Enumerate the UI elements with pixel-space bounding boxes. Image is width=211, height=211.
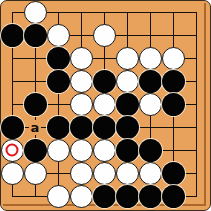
point-C9[interactable] [47,1,70,24]
white-stone: ○ [70,162,93,185]
white-stone: ○ [24,162,47,185]
black-stone: ● [47,47,70,70]
point-E1[interactable]: ● [93,185,116,208]
point-E4[interactable]: ● [93,116,116,139]
stone-glyph: ○ [48,140,69,161]
black-stone: ● [116,185,139,208]
stone-glyph: ○ [117,163,138,184]
point-G4[interactable] [139,116,162,139]
stone-glyph: ○ [117,71,138,92]
point-H1[interactable]: ● [162,185,185,208]
point-D6[interactable]: ○ [70,70,93,93]
stone-glyph: ● [93,185,116,208]
point-J4[interactable] [185,116,208,139]
point-D7[interactable]: ○ [70,47,93,70]
point-F3[interactable]: ● [116,139,139,162]
point-B9[interactable]: ○ [24,1,47,24]
black-stone: ● [24,24,47,47]
point-G9[interactable] [139,1,162,24]
white-stone: ○ [93,162,116,185]
stone-glyph: ● [162,93,185,116]
stone-glyph: ● [139,185,162,208]
point-F1[interactable]: ● [116,185,139,208]
point-A1[interactable] [1,185,24,208]
stone-glyph: ○ [25,2,46,23]
stone-glyph: ○ [94,25,115,46]
stone-glyph: ○ [71,163,92,184]
stone-glyph: ○ [2,163,23,184]
white-stone: ○ [70,93,93,116]
point-D5[interactable]: ○ [70,93,93,116]
circle-marker-icon [6,144,19,157]
stone-glyph: ● [24,24,47,47]
stone-glyph: ○ [140,163,161,184]
point-D1[interactable]: ○ [70,185,93,208]
point-J7[interactable] [185,47,208,70]
stone-glyph: ○ [94,94,115,115]
point-B8[interactable]: ● [24,24,47,47]
point-H3[interactable] [162,139,185,162]
black-stone: ● [116,139,139,162]
point-A8[interactable]: ● [1,24,24,47]
white-stone: ○ [139,93,162,116]
board-points: ○●●○○●○○○○●○●○●●●○○●○●●a●●●●○●○○○●●○○○○○… [0,0,211,211]
point-G2[interactable]: ○ [139,162,162,185]
point-F7[interactable]: ○ [116,47,139,70]
point-H4[interactable] [162,116,185,139]
point-E8[interactable]: ○ [93,24,116,47]
point-D9[interactable] [70,1,93,24]
stone-glyph: ○ [71,48,92,69]
stone-glyph: ● [1,116,24,139]
white-stone: ○ [70,70,93,93]
point-A6[interactable] [1,70,24,93]
black-stone: ● [93,70,116,93]
stone-glyph: ● [116,116,139,139]
point-J6[interactable] [185,70,208,93]
white-stone: ○ [1,139,24,162]
point-F4[interactable]: ● [116,116,139,139]
stone-glyph: ● [116,185,139,208]
point-label-a[interactable]: a [29,120,42,135]
white-stone: ○ [139,162,162,185]
point-D4[interactable]: ● [70,116,93,139]
point-J9[interactable] [185,1,208,24]
white-stone: ○ [93,139,116,162]
black-stone: ● [1,116,24,139]
point-B7[interactable] [24,47,47,70]
white-stone: ○ [24,1,47,24]
point-E7[interactable] [93,47,116,70]
stone-glyph: ○ [140,94,161,115]
stone-glyph: ● [1,24,24,47]
point-H7[interactable]: ○ [162,47,185,70]
stone-glyph: ○ [117,48,138,69]
stone-glyph: ○ [140,48,161,69]
black-stone: ● [162,70,185,93]
point-E3[interactable]: ○ [93,139,116,162]
point-G8[interactable] [139,24,162,47]
white-stone: ○ [70,185,93,208]
stone-glyph: ● [162,162,185,185]
stone-glyph: ● [162,185,185,208]
point-C5[interactable] [47,93,70,116]
black-stone: ● [47,70,70,93]
point-J8[interactable] [185,24,208,47]
point-J5[interactable] [185,93,208,116]
point-F5[interactable]: ● [116,93,139,116]
stone-glyph: ○ [163,48,184,69]
point-D3[interactable]: ○ [70,139,93,162]
black-stone: ● [162,185,185,208]
black-stone: ● [162,162,185,185]
point-F9[interactable] [116,1,139,24]
stone-glyph: ● [47,70,70,93]
point-A7[interactable] [1,47,24,70]
stone-glyph: ● [70,116,93,139]
point-G1[interactable]: ● [139,185,162,208]
black-stone: ● [1,24,24,47]
point-E2[interactable]: ○ [93,162,116,185]
white-stone: ○ [93,93,116,116]
point-F2[interactable]: ○ [116,162,139,185]
white-stone: ○ [1,162,24,185]
black-stone: ● [139,70,162,93]
black-stone: ● [139,185,162,208]
stone-glyph: ● [139,139,162,162]
point-H5[interactable]: ● [162,93,185,116]
point-C8[interactable]: ○ [47,24,70,47]
point-J1[interactable] [185,185,208,208]
point-C1[interactable]: ○ [47,185,70,208]
white-stone: ○ [93,24,116,47]
white-stone: ○ [47,185,70,208]
white-stone: ○ [47,24,70,47]
point-C3[interactable]: ○ [47,139,70,162]
stone-glyph: ● [47,47,70,70]
point-H9[interactable] [162,1,185,24]
point-B2[interactable]: ○ [24,162,47,185]
white-stone: ○ [116,47,139,70]
point-A2[interactable]: ○ [1,162,24,185]
point-C6[interactable]: ● [47,70,70,93]
stone-glyph: ● [93,70,116,93]
stone-glyph: ○ [71,71,92,92]
white-stone: ○ [139,47,162,70]
point-C2[interactable] [47,162,70,185]
black-stone: ● [116,93,139,116]
point-B3[interactable]: ● [24,139,47,162]
point-F8[interactable] [116,24,139,47]
stone-glyph: ● [139,70,162,93]
stone-glyph: ○ [94,163,115,184]
point-G7[interactable]: ○ [139,47,162,70]
point-E6[interactable]: ● [93,70,116,93]
point-G5[interactable]: ○ [139,93,162,116]
point-B6[interactable] [24,70,47,93]
black-stone: ● [162,93,185,116]
point-J3[interactable] [185,139,208,162]
point-A4[interactable]: ● [1,116,24,139]
white-stone: ○ [70,47,93,70]
stone-glyph: ● [24,139,47,162]
point-G6[interactable]: ● [139,70,162,93]
stone-glyph: ○ [25,163,46,184]
point-B1[interactable] [24,185,47,208]
point-C4[interactable]: ● [47,116,70,139]
black-stone: ● [93,185,116,208]
stone-glyph: ○ [48,186,69,207]
point-H6[interactable]: ● [162,70,185,93]
white-stone: ○ [70,139,93,162]
point-C7[interactable]: ● [47,47,70,70]
white-stone: ○ [116,162,139,185]
point-G3[interactable]: ● [139,139,162,162]
point-D8[interactable] [70,24,93,47]
black-stone: ● [116,116,139,139]
stone-glyph: ○ [71,94,92,115]
point-J2[interactable] [185,162,208,185]
point-F6[interactable]: ○ [116,70,139,93]
white-stone: ○ [162,47,185,70]
stone-glyph: ● [93,116,116,139]
point-B4[interactable]: a [24,116,47,139]
point-E9[interactable] [93,1,116,24]
point-H2[interactable]: ● [162,162,185,185]
stone-glyph: ● [116,139,139,162]
point-A3[interactable]: ○ [1,139,24,162]
go-board-diagram: ○●●○○●○○○○●○●○●●●○○●○●●a●●●●○●○○○●●○○○○○… [0,0,211,211]
stone-glyph: ○ [71,140,92,161]
black-stone: ● [24,139,47,162]
point-A5[interactable] [1,93,24,116]
point-H8[interactable] [162,24,185,47]
stone-glyph: ○ [94,140,115,161]
stone-glyph: ● [162,70,185,93]
stone-glyph: ○ [71,186,92,207]
black-stone: ● [47,116,70,139]
point-E5[interactable]: ○ [93,93,116,116]
stone-glyph: ● [47,116,70,139]
stone-glyph: ● [24,93,47,116]
white-stone: ○ [47,139,70,162]
point-D2[interactable]: ○ [70,162,93,185]
white-stone: ○ [116,70,139,93]
stone-glyph: ● [116,93,139,116]
stone-glyph: ○ [48,25,69,46]
point-A9[interactable] [1,1,24,24]
black-stone: ● [139,139,162,162]
black-stone: ● [70,116,93,139]
point-B5[interactable]: ● [24,93,47,116]
black-stone: ● [24,93,47,116]
black-stone: ● [93,116,116,139]
